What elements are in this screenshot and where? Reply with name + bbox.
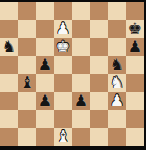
square-c6[interactable] (36, 38, 54, 56)
square-e7[interactable] (72, 20, 90, 38)
square-b2[interactable] (18, 110, 36, 128)
piece-black-knight: ♞ (110, 56, 124, 74)
square-c4[interactable] (36, 74, 54, 92)
square-f4[interactable] (90, 74, 108, 92)
piece-black-king: ♚ (128, 20, 142, 38)
square-f8[interactable] (90, 2, 108, 20)
square-a3[interactable] (0, 92, 18, 110)
square-g7[interactable] (108, 20, 126, 38)
square-g5[interactable]: ♞ (108, 56, 126, 74)
square-a2[interactable] (0, 110, 18, 128)
square-c5[interactable]: ♟ (36, 56, 54, 74)
square-e2[interactable] (72, 110, 90, 128)
piece-black-pawn: ♟ (74, 92, 88, 110)
square-g3[interactable]: ♟ (108, 92, 126, 110)
square-g8[interactable] (108, 2, 126, 20)
square-d7[interactable]: ♟ (54, 20, 72, 38)
square-c7[interactable] (36, 20, 54, 38)
square-b1[interactable] (18, 128, 36, 146)
piece-black-knight: ♞ (2, 38, 16, 56)
square-d1[interactable]: ♝ (54, 128, 72, 146)
square-h3[interactable] (126, 92, 144, 110)
square-d2[interactable] (54, 110, 72, 128)
square-e5[interactable] (72, 56, 90, 74)
square-a5[interactable] (0, 56, 18, 74)
square-e8[interactable] (72, 2, 90, 20)
piece-white-king: ♚ (56, 38, 70, 56)
square-g4[interactable]: ♞ (108, 74, 126, 92)
square-b5[interactable] (18, 56, 36, 74)
square-f7[interactable] (90, 20, 108, 38)
piece-white-pawn: ♟ (56, 20, 70, 38)
square-e1[interactable] (72, 128, 90, 146)
square-h4[interactable] (126, 74, 144, 92)
board-frame: ♟♚♞♚♟♟♞♝♞♟♟♟♝ (0, 0, 146, 150)
square-h1[interactable] (126, 128, 144, 146)
chess-board: ♟♚♞♚♟♟♞♝♞♟♟♟♝ (0, 2, 144, 146)
square-d5[interactable] (54, 56, 72, 74)
piece-black-pawn: ♟ (38, 56, 52, 74)
square-d3[interactable] (54, 92, 72, 110)
square-f5[interactable] (90, 56, 108, 74)
square-e3[interactable]: ♟ (72, 92, 90, 110)
square-g1[interactable] (108, 128, 126, 146)
square-c2[interactable] (36, 110, 54, 128)
square-c1[interactable] (36, 128, 54, 146)
square-b7[interactable] (18, 20, 36, 38)
square-a4[interactable] (0, 74, 18, 92)
square-a1[interactable] (0, 128, 18, 146)
square-f3[interactable] (90, 92, 108, 110)
square-f1[interactable] (90, 128, 108, 146)
square-h5[interactable] (126, 56, 144, 74)
square-b6[interactable] (18, 38, 36, 56)
square-h2[interactable] (126, 110, 144, 128)
square-c8[interactable] (36, 2, 54, 20)
square-e4[interactable] (72, 74, 90, 92)
square-d8[interactable] (54, 2, 72, 20)
square-g2[interactable] (108, 110, 126, 128)
square-b8[interactable] (18, 2, 36, 20)
square-d4[interactable] (54, 74, 72, 92)
square-d6[interactable]: ♚ (54, 38, 72, 56)
square-e6[interactable] (72, 38, 90, 56)
square-f2[interactable] (90, 110, 108, 128)
piece-black-pawn: ♟ (128, 38, 142, 56)
square-a8[interactable] (0, 2, 18, 20)
piece-white-knight: ♞ (110, 74, 124, 92)
square-h7[interactable]: ♚ (126, 20, 144, 38)
square-a7[interactable] (0, 20, 18, 38)
piece-white-bishop: ♝ (56, 128, 70, 146)
square-h6[interactable]: ♟ (126, 38, 144, 56)
piece-black-pawn: ♟ (38, 92, 52, 110)
square-a6[interactable]: ♞ (0, 38, 18, 56)
piece-white-pawn: ♟ (110, 92, 124, 110)
square-c3[interactable]: ♟ (36, 92, 54, 110)
piece-black-bishop: ♝ (20, 74, 34, 92)
square-f6[interactable] (90, 38, 108, 56)
square-h8[interactable] (126, 2, 144, 20)
square-b4[interactable]: ♝ (18, 74, 36, 92)
square-b3[interactable] (18, 92, 36, 110)
square-g6[interactable] (108, 38, 126, 56)
